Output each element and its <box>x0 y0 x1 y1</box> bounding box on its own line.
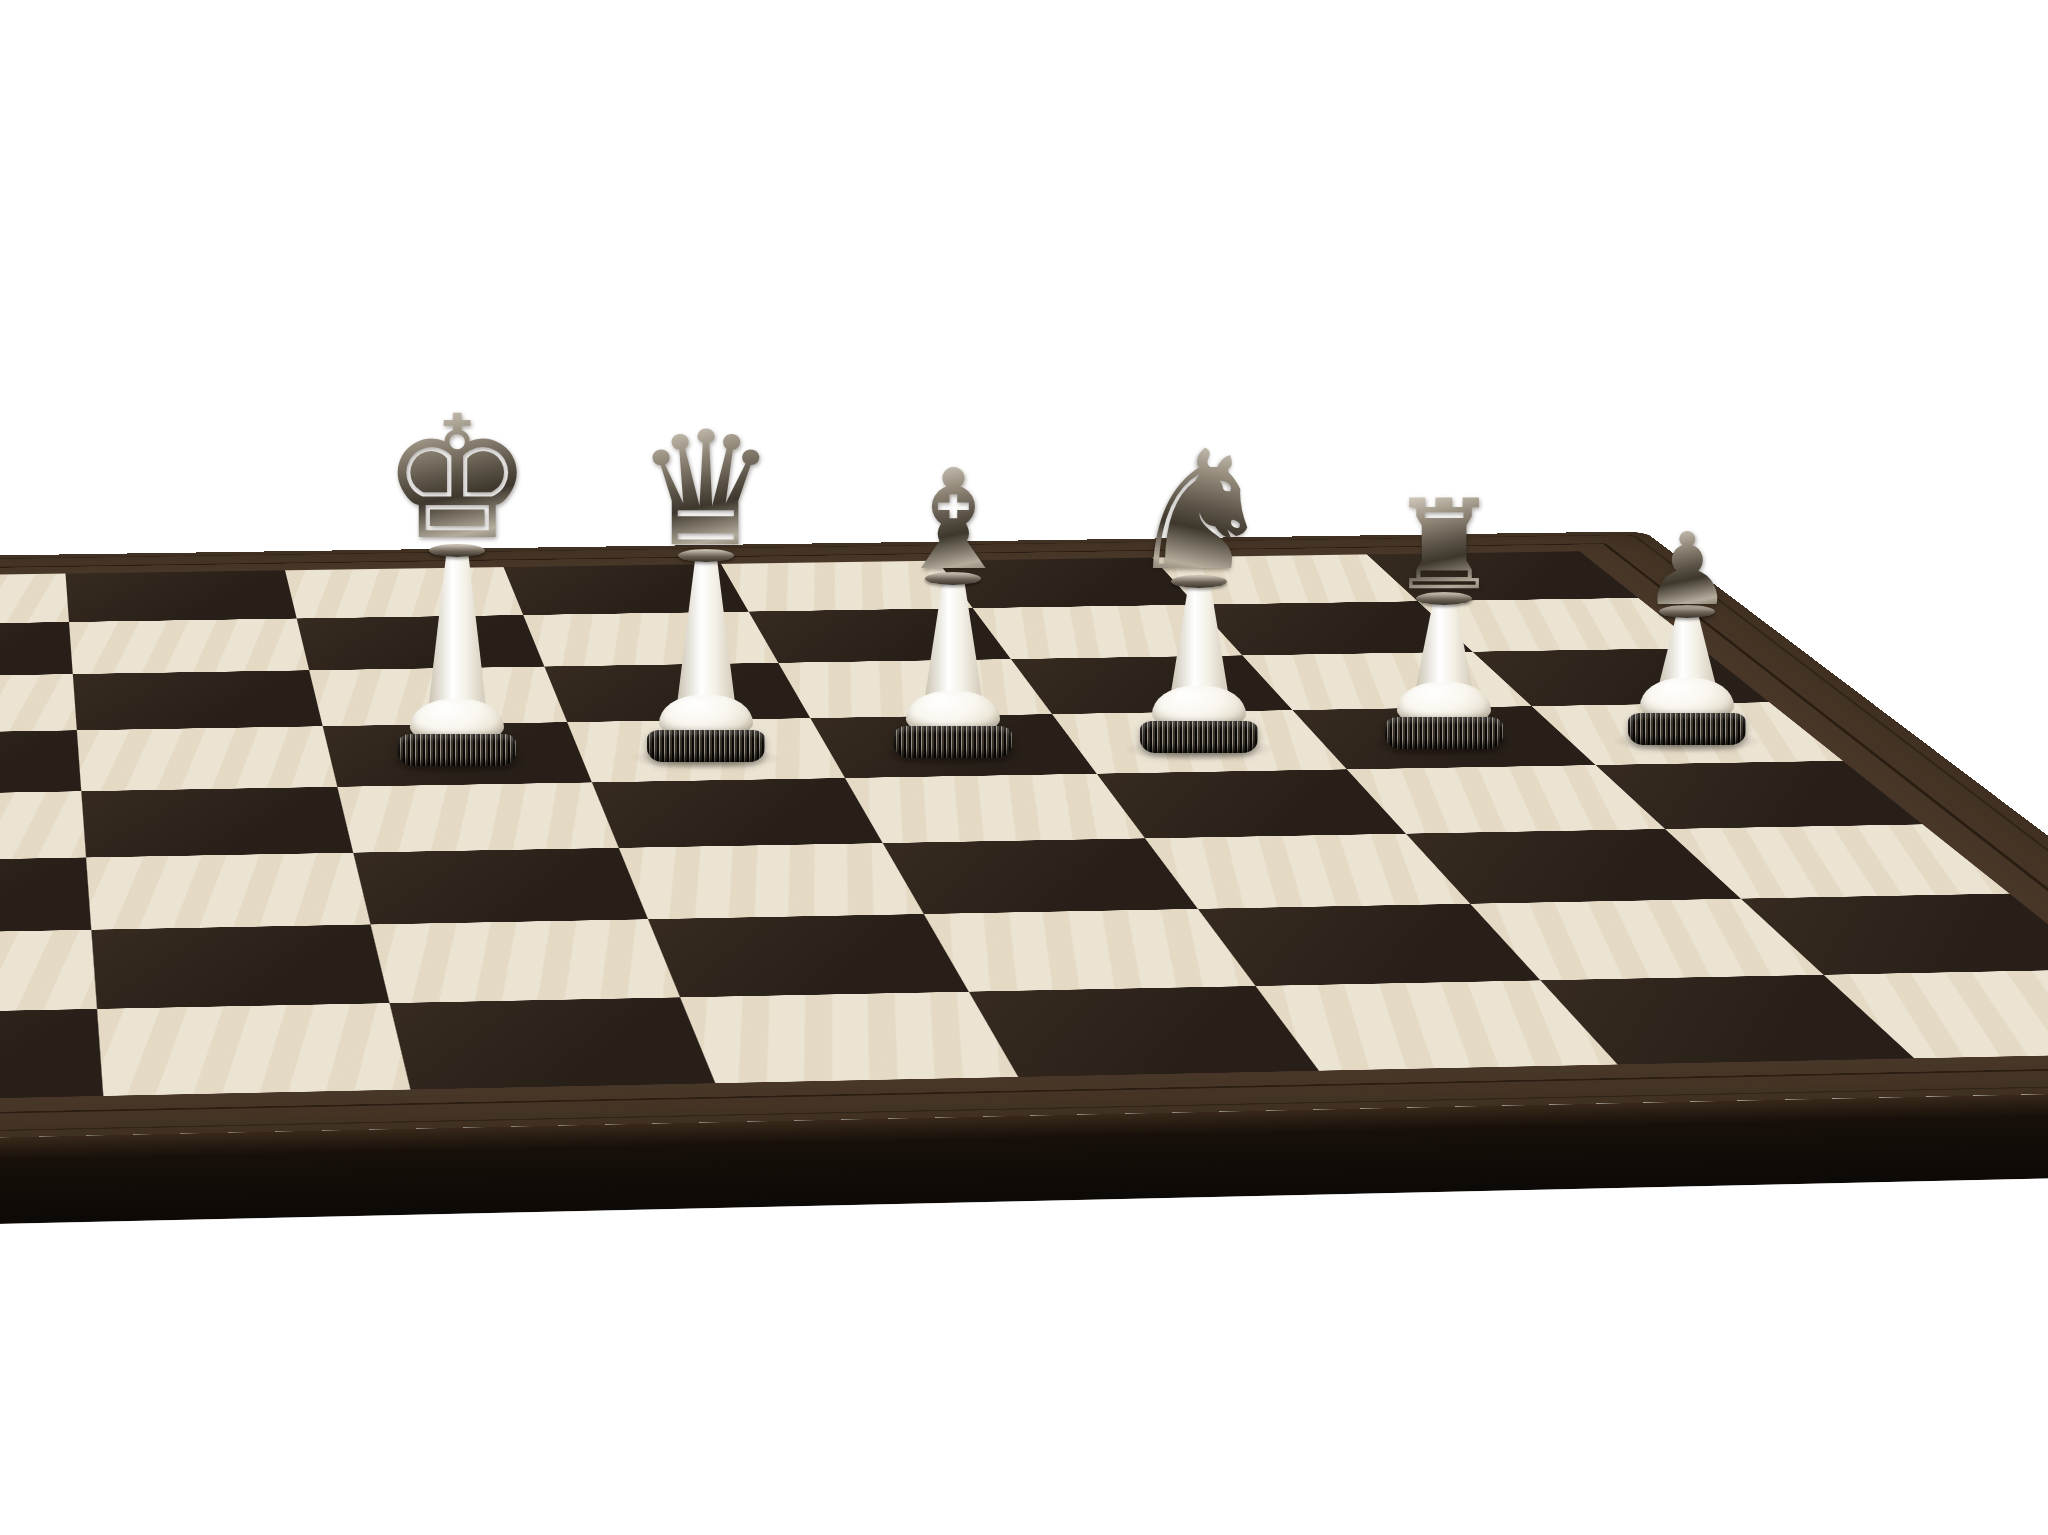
queen-glyph: ♛ <box>635 422 777 556</box>
knurled-metal-base <box>1628 713 1746 745</box>
square-c1[interactable] <box>390 997 716 1089</box>
knurled-metal-base <box>894 726 1012 758</box>
square-b3[interactable] <box>86 853 371 930</box>
square-a4[interactable] <box>0 791 86 862</box>
board-scene <box>0 0 2048 1535</box>
square-a7[interactable] <box>0 622 73 678</box>
knurled-metal-base <box>1385 717 1503 749</box>
square-e2[interactable] <box>924 909 1256 992</box>
white-bishop[interactable]: ♝ <box>873 462 1033 758</box>
knurled-metal-base <box>647 730 765 762</box>
square-b7[interactable] <box>69 619 309 675</box>
pawn-glyph: ♟ <box>1643 527 1733 612</box>
king-glyph: ♚ <box>381 406 533 551</box>
knurled-metal-base <box>398 734 516 766</box>
square-d4[interactable] <box>592 778 883 848</box>
square-a3[interactable] <box>0 857 91 935</box>
white-column-body <box>677 559 735 704</box>
square-b4[interactable] <box>81 787 353 858</box>
square-a5[interactable] <box>0 730 81 795</box>
square-c3[interactable] <box>353 848 648 925</box>
rook-glyph: ♜ <box>1389 493 1500 598</box>
square-c4[interactable] <box>337 782 618 852</box>
square-d1[interactable] <box>680 992 1018 1084</box>
square-b6[interactable] <box>73 670 323 730</box>
square-a1[interactable] <box>0 1009 103 1103</box>
square-a8[interactable] <box>0 574 69 626</box>
white-pawn[interactable]: ♟ <box>1607 527 1767 745</box>
white-queen[interactable]: ♛ <box>626 422 786 762</box>
knight-glyph: ♞ <box>1126 441 1274 581</box>
square-b1[interactable] <box>97 1003 410 1096</box>
chess-photo-page: Low-angle photograph of a black and mapl… <box>0 0 2048 1535</box>
square-e4[interactable] <box>845 774 1145 843</box>
square-a6[interactable] <box>0 674 77 734</box>
knurled-metal-base <box>1140 721 1258 753</box>
square-a2[interactable] <box>0 930 97 1015</box>
square-d3[interactable] <box>619 843 924 919</box>
white-knight[interactable]: ♞ <box>1119 441 1279 753</box>
square-c2[interactable] <box>371 919 681 1003</box>
square-b2[interactable] <box>91 924 389 1008</box>
square-e3[interactable] <box>883 838 1198 914</box>
white-king[interactable]: ♚ <box>377 406 537 766</box>
board-front-apron <box>0 1087 2048 1232</box>
bishop-glyph: ♝ <box>892 462 1016 579</box>
square-d2[interactable] <box>648 914 969 997</box>
square-b8[interactable] <box>65 570 296 622</box>
square-b5[interactable] <box>77 726 337 791</box>
white-rook[interactable]: ♜ <box>1364 493 1524 749</box>
